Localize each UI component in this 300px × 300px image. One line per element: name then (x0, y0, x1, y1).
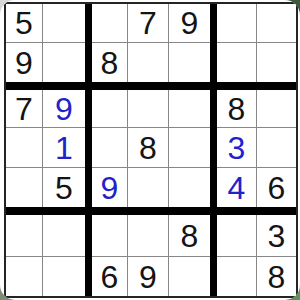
cell-r2c4[interactable] (128, 43, 169, 82)
box-separator-line (85, 257, 92, 296)
box-separator-line (128, 207, 169, 215)
cell-r1c5[interactable]: 9 (169, 4, 210, 43)
box-separator-line (217, 82, 257, 90)
box-separator-line (257, 207, 296, 215)
box-separator-line (85, 168, 92, 207)
sudoku-grid: 57998798183594683698 (4, 2, 298, 298)
box-separator-line (210, 82, 217, 90)
cell-r7c4[interactable]: 9 (128, 257, 169, 296)
cell-r4c2[interactable]: 1 (43, 128, 85, 168)
cell-r1c2[interactable] (43, 4, 85, 43)
cell-r3c2[interactable]: 9 (43, 90, 85, 128)
box-separator-line (6, 82, 43, 90)
box-separator-line (210, 215, 217, 257)
cell-r7c5[interactable] (169, 257, 210, 296)
box-separator-line (257, 82, 296, 90)
box-separator-line (210, 257, 217, 296)
box-separator-line (128, 82, 169, 90)
box-separator-line (210, 43, 217, 82)
cell-r2c6[interactable] (217, 43, 257, 82)
cell-r6c5[interactable]: 8 (169, 215, 210, 257)
cell-r3c4[interactable] (128, 90, 169, 128)
box-separator-line (210, 90, 217, 128)
cell-r6c3[interactable] (92, 215, 128, 257)
cell-r6c2[interactable] (43, 215, 85, 257)
cell-r3c3[interactable] (92, 90, 128, 128)
box-separator-line (210, 168, 217, 207)
box-separator-line (6, 207, 43, 215)
cell-r1c1[interactable]: 5 (6, 4, 43, 43)
cell-r4c1[interactable] (6, 128, 43, 168)
cell-r2c5[interactable] (169, 43, 210, 82)
box-separator-line (43, 207, 85, 215)
cell-r6c1[interactable] (6, 215, 43, 257)
cell-r7c6[interactable] (217, 257, 257, 296)
cell-r4c6[interactable]: 3 (217, 128, 257, 168)
box-separator-line (92, 207, 128, 215)
cell-r5c4[interactable] (128, 168, 169, 207)
box-separator-line (210, 128, 217, 168)
cell-r5c6[interactable]: 4 (217, 168, 257, 207)
cell-r5c5[interactable] (169, 168, 210, 207)
cell-r5c3[interactable]: 9 (92, 168, 128, 207)
cell-r5c2[interactable]: 5 (43, 168, 85, 207)
box-separator-line (85, 207, 92, 215)
cell-r6c6[interactable] (217, 215, 257, 257)
cell-r3c1[interactable]: 7 (6, 90, 43, 128)
box-separator-line (169, 207, 210, 215)
box-separator-line (92, 82, 128, 90)
cell-r1c6[interactable] (217, 4, 257, 43)
cell-r5c7[interactable]: 6 (257, 168, 296, 207)
cell-r2c1[interactable]: 9 (6, 43, 43, 82)
cell-r6c7[interactable]: 3 (257, 215, 296, 257)
box-separator-line (85, 128, 92, 168)
cell-r2c7[interactable] (257, 43, 296, 82)
cell-r1c3[interactable] (92, 4, 128, 43)
box-separator-line (85, 215, 92, 257)
box-separator-line (85, 82, 92, 90)
box-separator-line (43, 82, 85, 90)
box-separator-line (85, 4, 92, 43)
cell-r3c5[interactable] (169, 90, 210, 128)
box-separator-line (85, 90, 92, 128)
cell-r7c7[interactable]: 8 (257, 257, 296, 296)
cell-r4c3[interactable] (92, 128, 128, 168)
box-separator-line (169, 82, 210, 90)
cell-r3c6[interactable]: 8 (217, 90, 257, 128)
sudoku-board: 57998798183594683698 (0, 0, 300, 300)
cell-r4c4[interactable]: 8 (128, 128, 169, 168)
box-separator-line (85, 43, 92, 82)
box-separator-line (210, 207, 217, 215)
cell-r5c1[interactable] (6, 168, 43, 207)
cell-r6c4[interactable] (128, 215, 169, 257)
cell-r2c2[interactable] (43, 43, 85, 82)
cell-r1c7[interactable] (257, 4, 296, 43)
box-separator-line (210, 4, 217, 43)
cell-r7c2[interactable] (43, 257, 85, 296)
cell-r4c7[interactable] (257, 128, 296, 168)
cell-r2c3[interactable]: 8 (92, 43, 128, 82)
cell-r1c4[interactable]: 7 (128, 4, 169, 43)
cell-r7c3[interactable]: 6 (92, 257, 128, 296)
box-separator-line (217, 207, 257, 215)
cell-r4c5[interactable] (169, 128, 210, 168)
app-icon-background: 57998798183594683698 (0, 0, 300, 300)
cell-r7c1[interactable] (6, 257, 43, 296)
cell-r3c7[interactable] (257, 90, 296, 128)
